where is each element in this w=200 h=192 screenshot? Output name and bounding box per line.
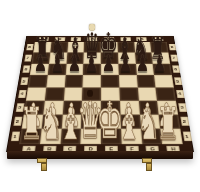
coord-rank-right-3: 3 (178, 103, 187, 112)
coord-rank-right-2: 2 (180, 117, 189, 126)
brass-clasp-left (37, 158, 47, 163)
coord-rank-left-4: 4 (18, 90, 26, 98)
square-h6 (153, 63, 172, 75)
square-e5 (101, 75, 119, 87)
square-b8 (50, 42, 68, 53)
square-c3 (62, 101, 82, 115)
square-h8 (150, 42, 168, 53)
coord-rank-left-6: 6 (22, 66, 30, 73)
square-e3 (101, 101, 120, 115)
coord-file-top-d: D (87, 37, 97, 41)
coord-rank-right-6: 6 (172, 66, 180, 73)
coord-rank-left-8: 8 (26, 44, 34, 51)
square-g6 (136, 63, 155, 75)
square-a1 (19, 129, 41, 144)
square-c7 (66, 52, 84, 63)
square-f6 (118, 63, 136, 75)
square-g2 (140, 114, 161, 129)
square-c5 (64, 75, 83, 87)
square-h2 (159, 114, 181, 129)
square-b4 (45, 88, 65, 101)
square-a8 (33, 42, 51, 53)
square-h4 (156, 88, 176, 101)
square-d8 (84, 42, 101, 53)
square-e8 (101, 42, 118, 53)
square-f3 (120, 101, 140, 115)
coord-rank-right-7: 7 (170, 54, 178, 61)
square-f8 (117, 42, 134, 53)
square-d1 (81, 129, 101, 144)
square-c2 (61, 114, 81, 129)
coord-file-top-g: G (136, 37, 147, 41)
square-c8 (67, 42, 84, 53)
square-g7 (135, 52, 153, 63)
square-d7 (84, 52, 101, 63)
coord-rank-left-2: 2 (13, 117, 22, 126)
square-a7 (32, 52, 51, 63)
square-g1 (141, 129, 163, 144)
coord-file-top-b: B (54, 37, 65, 41)
square-d5 (83, 75, 101, 87)
board-grid (19, 42, 183, 144)
square-a5 (28, 75, 48, 87)
coord-rank-left-5: 5 (20, 77, 28, 85)
square-a6 (30, 63, 49, 75)
square-h3 (157, 101, 178, 115)
square-d6 (83, 63, 101, 75)
square-f5 (119, 75, 138, 87)
square-e2 (101, 114, 121, 129)
square-f2 (120, 114, 140, 129)
coord-rank-left-3: 3 (15, 103, 24, 112)
square-d2 (81, 114, 101, 129)
square-b7 (49, 52, 67, 63)
square-h5 (154, 75, 174, 87)
square-h7 (152, 52, 171, 63)
square-g8 (134, 42, 152, 53)
square-e1 (101, 129, 121, 144)
coord-rank-left-7: 7 (24, 54, 32, 61)
coord-file-top-e: E (104, 37, 114, 41)
square-c1 (60, 129, 81, 144)
square-c6 (65, 63, 83, 75)
square-e6 (101, 63, 119, 75)
square-f1 (121, 129, 142, 144)
square-e7 (101, 52, 118, 63)
square-d4 (82, 88, 101, 101)
square-g5 (136, 75, 155, 87)
square-b5 (46, 75, 65, 87)
square-f7 (118, 52, 136, 63)
square-a4 (26, 88, 46, 101)
chess-set-photo: AABBCCDDEEFFGGHH8877665544332211 ♜♞♝♛♚♝♞… (0, 0, 200, 192)
square-b1 (40, 129, 62, 144)
square-g3 (138, 101, 158, 115)
coord-file-top-h: H (153, 37, 164, 41)
coord-rank-right-5: 5 (174, 77, 182, 85)
board-front-edge (7, 151, 193, 159)
coord-file-top-c: C (71, 37, 81, 41)
square-b3 (43, 101, 63, 115)
square-a3 (24, 101, 45, 115)
brass-clasp-right (142, 158, 152, 163)
square-h1 (161, 129, 183, 144)
coord-file-top-f: F (120, 37, 131, 41)
coord-rank-right-1: 1 (182, 132, 191, 142)
coord-file-top-a: A (38, 37, 49, 41)
square-b6 (48, 63, 67, 75)
chess-board: AABBCCDDEEFFGGHH8877665544332211 (6, 36, 194, 152)
square-b2 (41, 114, 62, 129)
coord-rank-right-4: 4 (176, 90, 184, 98)
coord-rank-right-8: 8 (168, 44, 176, 51)
square-f4 (119, 88, 138, 101)
square-g4 (137, 88, 157, 101)
square-d3 (82, 101, 101, 115)
square-c4 (63, 88, 82, 101)
square-e4 (101, 88, 120, 101)
square-a2 (22, 114, 44, 129)
coord-rank-left-1: 1 (10, 132, 19, 142)
